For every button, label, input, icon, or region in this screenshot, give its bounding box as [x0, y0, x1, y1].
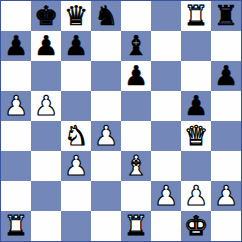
piece-black-pawn: ♟: [214, 62, 238, 89]
square-f6[interactable]: [151, 61, 181, 91]
square-h7[interactable]: [211, 31, 241, 61]
square-a8[interactable]: [1, 1, 31, 31]
square-a4[interactable]: [1, 121, 31, 151]
square-h2[interactable]: ♟: [211, 181, 241, 211]
piece-white-pawn: ♟: [64, 152, 88, 179]
square-d2[interactable]: [91, 181, 121, 211]
piece-black-knight: ♞: [94, 2, 118, 29]
square-b5[interactable]: ♟: [31, 91, 61, 121]
square-b6[interactable]: [31, 61, 61, 91]
piece-black-pawn: ♟: [4, 32, 28, 59]
piece-black-bishop: ♝: [124, 32, 148, 59]
square-c7[interactable]: ♟: [61, 31, 91, 61]
square-e5[interactable]: [121, 91, 151, 121]
chess-board: ♚♛♞♜♜♟♟♟♝♟♟♟♟♟♞♟♛♟♝♟♟♟♜♜♚: [0, 0, 242, 242]
square-h3[interactable]: [211, 151, 241, 181]
chess-board-grid: ♚♛♞♜♜♟♟♟♝♟♟♟♟♟♞♟♛♟♝♟♟♟♜♜♚: [1, 1, 241, 241]
square-a7[interactable]: ♟: [1, 31, 31, 61]
square-g3[interactable]: [181, 151, 211, 181]
square-h5[interactable]: [211, 91, 241, 121]
square-h8[interactable]: ♜: [211, 1, 241, 31]
square-d7[interactable]: [91, 31, 121, 61]
square-g8[interactable]: ♜: [181, 1, 211, 31]
square-b2[interactable]: [31, 181, 61, 211]
square-g4[interactable]: ♛: [181, 121, 211, 151]
square-d4[interactable]: ♟: [91, 121, 121, 151]
square-g1[interactable]: ♚: [181, 211, 211, 241]
piece-white-queen: ♛: [184, 122, 208, 149]
square-c2[interactable]: [61, 181, 91, 211]
square-e6[interactable]: ♟: [121, 61, 151, 91]
piece-white-pawn: ♟: [184, 182, 208, 209]
piece-white-knight: ♞: [64, 122, 88, 149]
piece-white-king: ♚: [184, 212, 208, 239]
square-a6[interactable]: [1, 61, 31, 91]
square-d3[interactable]: [91, 151, 121, 181]
square-b1[interactable]: [31, 211, 61, 241]
square-g6[interactable]: [181, 61, 211, 91]
square-e4[interactable]: [121, 121, 151, 151]
square-g7[interactable]: [181, 31, 211, 61]
square-c8[interactable]: ♛: [61, 1, 91, 31]
piece-white-rook: ♜: [184, 2, 208, 29]
square-h1[interactable]: [211, 211, 241, 241]
square-f2[interactable]: ♟: [151, 181, 181, 211]
square-d8[interactable]: ♞: [91, 1, 121, 31]
piece-white-bishop: ♝: [124, 152, 148, 179]
square-h4[interactable]: [211, 121, 241, 151]
square-g5[interactable]: ♟: [181, 91, 211, 121]
square-d5[interactable]: [91, 91, 121, 121]
piece-white-pawn: ♟: [214, 182, 238, 209]
square-a2[interactable]: [1, 181, 31, 211]
square-f7[interactable]: [151, 31, 181, 61]
piece-white-pawn: ♟: [34, 92, 58, 119]
square-c4[interactable]: ♞: [61, 121, 91, 151]
square-d6[interactable]: [91, 61, 121, 91]
piece-black-pawn: ♟: [184, 92, 208, 119]
piece-black-pawn: ♟: [124, 62, 148, 89]
piece-white-rook: ♜: [124, 212, 148, 239]
square-c3[interactable]: ♟: [61, 151, 91, 181]
piece-white-rook: ♜: [4, 212, 28, 239]
piece-white-pawn: ♟: [94, 122, 118, 149]
square-e2[interactable]: [121, 181, 151, 211]
piece-white-pawn: ♟: [4, 92, 28, 119]
square-b3[interactable]: [31, 151, 61, 181]
square-f8[interactable]: [151, 1, 181, 31]
square-b7[interactable]: ♟: [31, 31, 61, 61]
square-d1[interactable]: [91, 211, 121, 241]
square-a3[interactable]: [1, 151, 31, 181]
piece-black-queen: ♛: [64, 2, 88, 29]
piece-black-pawn: ♟: [34, 32, 58, 59]
square-e8[interactable]: [121, 1, 151, 31]
square-e1[interactable]: ♜: [121, 211, 151, 241]
piece-black-king: ♚: [34, 2, 58, 29]
square-a1[interactable]: ♜: [1, 211, 31, 241]
square-e7[interactable]: ♝: [121, 31, 151, 61]
piece-black-rook: ♜: [214, 2, 238, 29]
square-c6[interactable]: [61, 61, 91, 91]
square-a5[interactable]: ♟: [1, 91, 31, 121]
square-b4[interactable]: [31, 121, 61, 151]
square-f1[interactable]: [151, 211, 181, 241]
piece-white-pawn: ♟: [154, 182, 178, 209]
square-h6[interactable]: ♟: [211, 61, 241, 91]
square-f3[interactable]: [151, 151, 181, 181]
square-c5[interactable]: [61, 91, 91, 121]
square-f4[interactable]: [151, 121, 181, 151]
square-g2[interactable]: ♟: [181, 181, 211, 211]
square-c1[interactable]: [61, 211, 91, 241]
square-b8[interactable]: ♚: [31, 1, 61, 31]
piece-black-pawn: ♟: [64, 32, 88, 59]
square-e3[interactable]: ♝: [121, 151, 151, 181]
square-f5[interactable]: [151, 91, 181, 121]
